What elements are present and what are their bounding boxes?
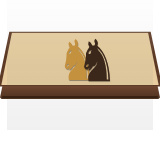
board-frame-shadow-line: [2, 96, 158, 98]
board-square: [136, 64, 156, 71]
board-square: [21, 78, 41, 85]
board-square: [3, 71, 23, 78]
product-photo: ♞ ♞: [0, 0, 160, 160]
board-square: [4, 64, 24, 71]
board-square: [118, 71, 138, 78]
board-square: [119, 78, 139, 85]
board-square: [22, 71, 42, 78]
board-square: [23, 64, 43, 71]
board-square: [135, 57, 155, 64]
board-square: [117, 64, 137, 71]
board-square: [1, 78, 22, 85]
board-square: [24, 57, 43, 64]
board-square: [6, 57, 26, 64]
board-square: [138, 78, 159, 85]
board-square: [117, 57, 136, 64]
black-knight-piece: ♞: [77, 32, 118, 90]
board-square: [137, 71, 157, 78]
